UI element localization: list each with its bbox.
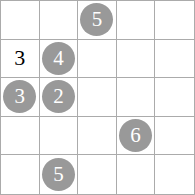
cell-r2c3[interactable] (78, 40, 117, 79)
cell-r4c2[interactable] (40, 117, 79, 156)
cell-r4c5[interactable] (155, 117, 194, 156)
cell-r1c2[interactable] (40, 1, 79, 40)
cell-r2c4[interactable] (117, 40, 156, 79)
cell-r3c4[interactable] (117, 78, 156, 117)
given-circle-r3c1: 3 (3, 80, 36, 113)
given-circle-r2c2: 4 (42, 42, 75, 75)
given-circle-r4c4: 6 (119, 119, 152, 152)
cell-r4c3[interactable] (78, 117, 117, 156)
cell-r1c4[interactable] (117, 1, 156, 40)
given-circle-r1c3: 5 (80, 3, 113, 36)
cell-r3c1[interactable]: 3 (1, 78, 40, 117)
cell-r3c2[interactable]: 2 (40, 78, 79, 117)
cell-r3c5[interactable] (155, 78, 194, 117)
cell-r2c2[interactable]: 4 (40, 40, 79, 79)
cell-r1c5[interactable] (155, 1, 194, 40)
given-circle-r5c2: 5 (42, 158, 75, 191)
plain-number-r2c1: 3 (14, 47, 25, 69)
puzzle-board: 5 3 4 3 2 6 5 (0, 0, 195, 195)
cell-r5c5[interactable] (155, 155, 194, 194)
cell-r1c3[interactable]: 5 (78, 1, 117, 40)
cell-r5c2[interactable]: 5 (40, 155, 79, 194)
cell-r5c4[interactable] (117, 155, 156, 194)
given-circle-r3c2: 2 (42, 80, 75, 113)
cell-r5c1[interactable] (1, 155, 40, 194)
cell-r4c1[interactable] (1, 117, 40, 156)
cell-r4c4[interactable]: 6 (117, 117, 156, 156)
cell-r5c3[interactable] (78, 155, 117, 194)
cell-r1c1[interactable] (1, 1, 40, 40)
cell-r3c3[interactable] (78, 78, 117, 117)
cell-r2c5[interactable] (155, 40, 194, 79)
cell-r2c1[interactable]: 3 (1, 40, 40, 79)
